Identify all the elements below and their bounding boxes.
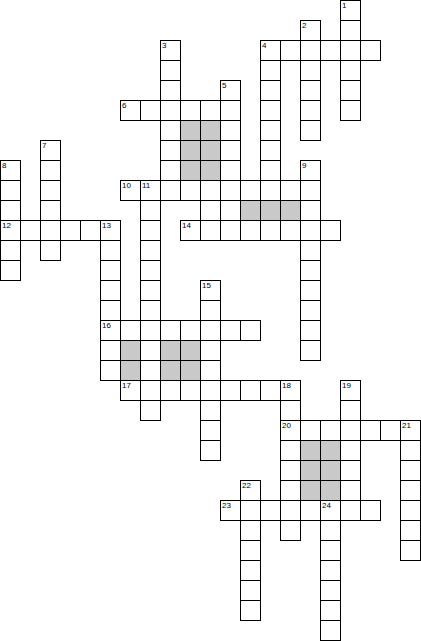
- cell-r19c12[interactable]: [240, 380, 261, 401]
- cell-r5c9[interactable]: [180, 100, 201, 121]
- cell-r15c15[interactable]: [300, 300, 321, 321]
- cell-r7c8[interactable]: [160, 140, 181, 161]
- cell-r25c18[interactable]: [360, 500, 381, 521]
- cell-r11c2[interactable]: [40, 220, 61, 241]
- cell-r20c17[interactable]: [340, 400, 361, 421]
- cell-r10c7[interactable]: [140, 200, 161, 221]
- cell-r5c10[interactable]: [200, 100, 221, 121]
- cell-r24c17[interactable]: [340, 480, 361, 501]
- cell-r21c19[interactable]: [380, 420, 401, 441]
- shaded-cell-r18c8[interactable]: [160, 360, 181, 381]
- cell-r10c10[interactable]: [200, 200, 221, 221]
- cell-r6c8[interactable]: [160, 120, 181, 141]
- cell-r28c12[interactable]: [240, 560, 261, 581]
- shaded-cell-r22c15[interactable]: [300, 440, 321, 461]
- cell-r13c15[interactable]: [300, 260, 321, 281]
- cell-r22c10[interactable]: [200, 440, 221, 461]
- cell-r19c10[interactable]: [200, 380, 221, 401]
- cell-r21c15[interactable]: [300, 420, 321, 441]
- cell-r9c0[interactable]: [0, 180, 21, 201]
- cell-r19c14[interactable]: [280, 380, 301, 401]
- cell-r8c8[interactable]: [160, 160, 181, 181]
- cell-r11c3[interactable]: [60, 220, 81, 241]
- cell-r24c14[interactable]: [280, 480, 301, 501]
- cell-r11c13[interactable]: [260, 220, 281, 241]
- cell-r17c10[interactable]: [200, 340, 221, 361]
- cell-r23c20[interactable]: [400, 460, 421, 481]
- cell-r16c15[interactable]: [300, 320, 321, 341]
- cell-r16c8[interactable]: [160, 320, 181, 341]
- cell-r7c13[interactable]: [260, 140, 281, 161]
- cell-r11c14[interactable]: [280, 220, 301, 241]
- cell-r21c18[interactable]: [360, 420, 381, 441]
- cell-r25c20[interactable]: [400, 500, 421, 521]
- shaded-cell-r6c10[interactable]: [200, 120, 221, 141]
- cell-r19c13[interactable]: [260, 380, 281, 401]
- cell-r20c7[interactable]: [140, 400, 161, 421]
- cell-r22c20[interactable]: [400, 440, 421, 461]
- cell-r25c16[interactable]: [320, 500, 341, 521]
- cell-r13c7[interactable]: [140, 260, 161, 281]
- cell-r26c20[interactable]: [400, 520, 421, 541]
- cell-r3c15[interactable]: [300, 60, 321, 81]
- cell-r17c15[interactable]: [300, 340, 321, 361]
- cell-r25c17[interactable]: [340, 500, 361, 521]
- cell-r11c16[interactable]: [320, 220, 341, 241]
- cell-r5c17[interactable]: [340, 100, 361, 121]
- shaded-cell-r10c13[interactable]: [260, 200, 281, 221]
- cell-r9c6[interactable]: [120, 180, 141, 201]
- cell-r25c15[interactable]: [300, 500, 321, 521]
- shaded-cell-r7c9[interactable]: [180, 140, 201, 161]
- cell-r26c16[interactable]: [320, 520, 341, 541]
- cell-r10c0[interactable]: [0, 200, 21, 221]
- cell-r8c11[interactable]: [220, 160, 241, 181]
- cell-r11c11[interactable]: [220, 220, 241, 241]
- cell-r28c16[interactable]: [320, 560, 341, 581]
- cell-r31c16[interactable]: [320, 620, 341, 641]
- cell-r6c15[interactable]: [300, 120, 321, 141]
- cell-r9c10[interactable]: [200, 180, 221, 201]
- cell-r11c10[interactable]: [200, 220, 221, 241]
- cell-r15c7[interactable]: [140, 300, 161, 321]
- cell-r5c7[interactable]: [140, 100, 161, 121]
- cell-r11c1[interactable]: [20, 220, 41, 241]
- cell-r17c7[interactable]: [140, 340, 161, 361]
- cell-r9c9[interactable]: [180, 180, 201, 201]
- cell-r19c9[interactable]: [180, 380, 201, 401]
- shaded-cell-r17c6[interactable]: [120, 340, 141, 361]
- cell-r19c7[interactable]: [140, 380, 161, 401]
- cell-r11c0[interactable]: [0, 220, 21, 241]
- cell-r27c20[interactable]: [400, 540, 421, 561]
- cell-r2c18[interactable]: [360, 40, 381, 61]
- cell-r13c5[interactable]: [100, 260, 121, 281]
- cell-r25c11[interactable]: [220, 500, 241, 521]
- cell-r16c12[interactable]: [240, 320, 261, 341]
- cell-r9c11[interactable]: [220, 180, 241, 201]
- cell-r27c12[interactable]: [240, 540, 261, 561]
- shaded-cell-r24c16[interactable]: [320, 480, 341, 501]
- cell-r17c5[interactable]: [100, 340, 121, 361]
- cell-r21c17[interactable]: [340, 420, 361, 441]
- cell-r9c12[interactable]: [240, 180, 261, 201]
- cell-r0c17[interactable]: [340, 0, 361, 21]
- cell-r3c17[interactable]: [340, 60, 361, 81]
- cell-r19c11[interactable]: [220, 380, 241, 401]
- cell-r9c2[interactable]: [40, 180, 61, 201]
- cell-r6c11[interactable]: [220, 120, 241, 141]
- cell-r22c14[interactable]: [280, 440, 301, 461]
- cell-r30c12[interactable]: [240, 600, 261, 621]
- cell-r8c13[interactable]: [260, 160, 281, 181]
- shaded-cell-r6c9[interactable]: [180, 120, 201, 141]
- cell-r3c13[interactable]: [260, 60, 281, 81]
- cell-r6c13[interactable]: [260, 120, 281, 141]
- cell-r18c7[interactable]: [140, 360, 161, 381]
- cell-r16c11[interactable]: [220, 320, 241, 341]
- cell-r11c7[interactable]: [140, 220, 161, 241]
- cell-r19c6[interactable]: [120, 380, 141, 401]
- cell-r9c15[interactable]: [300, 180, 321, 201]
- shaded-cell-r10c14[interactable]: [280, 200, 301, 221]
- cell-r15c5[interactable]: [100, 300, 121, 321]
- shaded-cell-r18c6[interactable]: [120, 360, 141, 381]
- cell-r2c8[interactable]: [160, 40, 181, 61]
- cell-r12c0[interactable]: [0, 240, 21, 261]
- cell-r21c14[interactable]: [280, 420, 301, 441]
- cell-r24c20[interactable]: [400, 480, 421, 501]
- cell-r18c5[interactable]: [100, 360, 121, 381]
- shaded-cell-r23c16[interactable]: [320, 460, 341, 481]
- cell-r2c13[interactable]: [260, 40, 281, 61]
- cell-r23c14[interactable]: [280, 460, 301, 481]
- crossword-board: 123456789101112131415161718192021222324: [0, 0, 421, 641]
- shaded-cell-r17c9[interactable]: [180, 340, 201, 361]
- cell-r16c7[interactable]: [140, 320, 161, 341]
- cell-r5c13[interactable]: [260, 100, 281, 121]
- cell-r23c17[interactable]: [340, 460, 361, 481]
- shaded-cell-r23c15[interactable]: [300, 460, 321, 481]
- cell-r9c14[interactable]: [280, 180, 301, 201]
- shaded-cell-r10c12[interactable]: [240, 200, 261, 221]
- cell-r10c15[interactable]: [300, 200, 321, 221]
- shaded-cell-r18c9[interactable]: [180, 360, 201, 381]
- shaded-cell-r22c16[interactable]: [320, 440, 341, 461]
- cell-r5c11[interactable]: [220, 100, 241, 121]
- shaded-cell-r17c8[interactable]: [160, 340, 181, 361]
- cell-r14c7[interactable]: [140, 280, 161, 301]
- cell-r11c15[interactable]: [300, 220, 321, 241]
- cell-r2c14[interactable]: [280, 40, 301, 61]
- cell-r4c17[interactable]: [340, 80, 361, 101]
- cell-r25c13[interactable]: [260, 500, 281, 521]
- cell-r8c15[interactable]: [300, 160, 321, 181]
- cell-r7c11[interactable]: [220, 140, 241, 161]
- cell-r2c17[interactable]: [340, 40, 361, 61]
- cell-r4c11[interactable]: [220, 80, 241, 101]
- cell-r2c15[interactable]: [300, 40, 321, 61]
- cell-r21c10[interactable]: [200, 420, 221, 441]
- cell-r25c14[interactable]: [280, 500, 301, 521]
- cell-r19c8[interactable]: [160, 380, 181, 401]
- cell-r16c10[interactable]: [200, 320, 221, 341]
- shaded-cell-r24c15[interactable]: [300, 480, 321, 501]
- cell-r26c12[interactable]: [240, 520, 261, 541]
- cell-r14c5[interactable]: [100, 280, 121, 301]
- cell-r8c2[interactable]: [40, 160, 61, 181]
- cell-r10c11[interactable]: [220, 200, 241, 221]
- cell-r25c12[interactable]: [240, 500, 261, 521]
- shaded-cell-r8c9[interactable]: [180, 160, 201, 181]
- cell-r19c17[interactable]: [340, 380, 361, 401]
- cell-r20c10[interactable]: [200, 400, 221, 421]
- cell-r12c5[interactable]: [100, 240, 121, 261]
- cell-r4c8[interactable]: [160, 80, 181, 101]
- cell-r11c5[interactable]: [100, 220, 121, 241]
- cell-r12c15[interactable]: [300, 240, 321, 261]
- shaded-cell-r7c10[interactable]: [200, 140, 221, 161]
- cell-r24c12[interactable]: [240, 480, 261, 501]
- cell-r4c13[interactable]: [260, 80, 281, 101]
- cell-r20c14[interactable]: [280, 400, 301, 421]
- cell-r2c16[interactable]: [320, 40, 341, 61]
- cell-r1c15[interactable]: [300, 20, 321, 41]
- cell-r10c2[interactable]: [40, 200, 61, 221]
- cell-r22c17[interactable]: [340, 440, 361, 461]
- cell-r16c5[interactable]: [100, 320, 121, 341]
- cell-r29c16[interactable]: [320, 580, 341, 601]
- cell-r5c6[interactable]: [120, 100, 141, 121]
- cell-r13c0[interactable]: [0, 260, 21, 281]
- cell-r26c14[interactable]: [280, 520, 301, 541]
- cell-r21c16[interactable]: [320, 420, 341, 441]
- cell-r16c9[interactable]: [180, 320, 201, 341]
- cell-r30c16[interactable]: [320, 600, 341, 621]
- cell-r11c4[interactable]: [80, 220, 101, 241]
- cell-r12c2[interactable]: [40, 240, 61, 261]
- cell-r29c12[interactable]: [240, 580, 261, 601]
- cell-r12c7[interactable]: [140, 240, 161, 261]
- cell-r15c10[interactable]: [200, 300, 221, 321]
- cell-r4c15[interactable]: [300, 80, 321, 101]
- cell-r9c7[interactable]: [140, 180, 161, 201]
- cell-r18c10[interactable]: [200, 360, 221, 381]
- cell-r8c0[interactable]: [0, 160, 21, 181]
- cell-r7c2[interactable]: [40, 140, 61, 161]
- cell-r11c9[interactable]: [180, 220, 201, 241]
- shaded-cell-r8c10[interactable]: [200, 160, 221, 181]
- cell-r5c15[interactable]: [300, 100, 321, 121]
- cell-r9c8[interactable]: [160, 180, 181, 201]
- cell-r3c8[interactable]: [160, 60, 181, 81]
- cell-r21c20[interactable]: [400, 420, 421, 441]
- cell-r14c10[interactable]: [200, 280, 221, 301]
- cell-r1c17[interactable]: [340, 20, 361, 41]
- cell-r14c15[interactable]: [300, 280, 321, 301]
- cell-r16c6[interactable]: [120, 320, 141, 341]
- cell-r11c12[interactable]: [240, 220, 261, 241]
- cell-r27c16[interactable]: [320, 540, 341, 561]
- cell-r5c8[interactable]: [160, 100, 181, 121]
- cell-r9c13[interactable]: [260, 180, 281, 201]
